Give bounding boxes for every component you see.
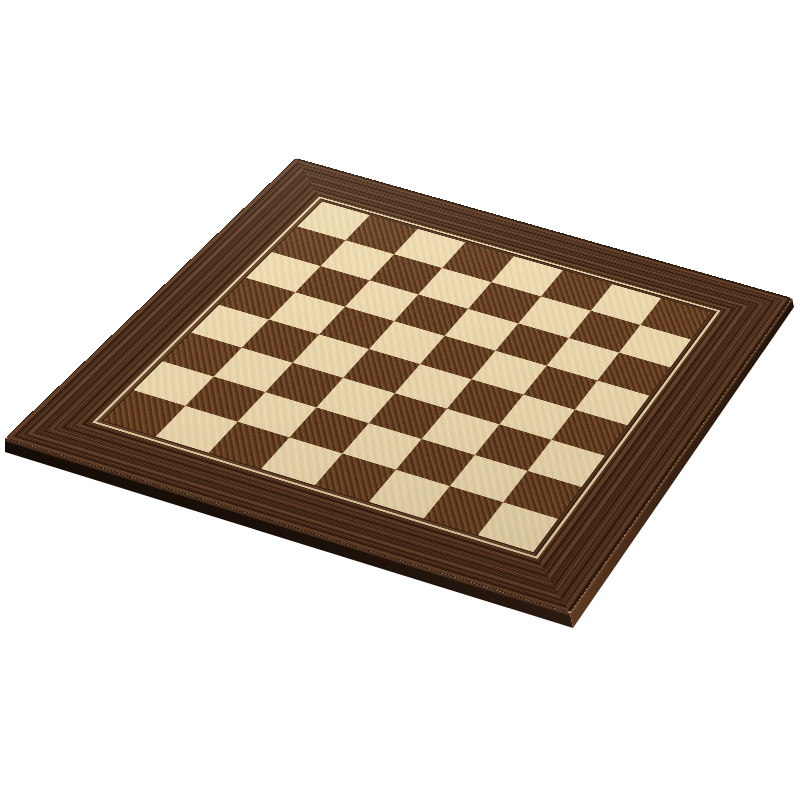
product-photo-canvas (0, 0, 800, 800)
